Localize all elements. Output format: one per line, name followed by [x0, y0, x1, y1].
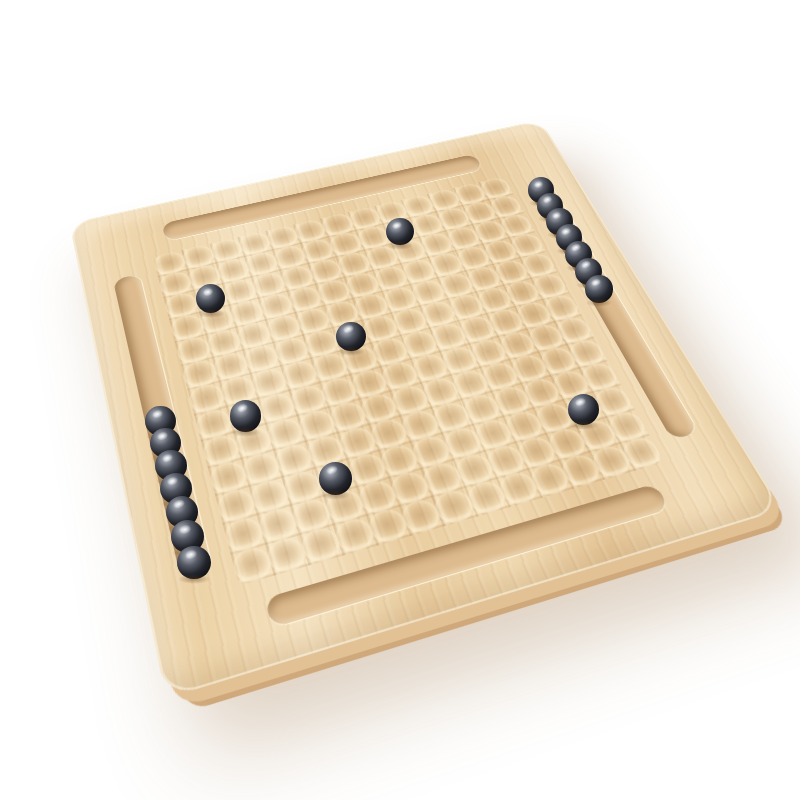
game-board — [69, 120, 782, 699]
black-marble[interactable] — [568, 394, 599, 425]
black-marble[interactable] — [230, 400, 261, 431]
tray-marble[interactable] — [177, 546, 210, 579]
black-marble[interactable] — [386, 218, 413, 245]
product-photo-stage — [0, 0, 800, 800]
black-marble[interactable] — [336, 322, 366, 352]
tray-marble[interactable] — [585, 275, 613, 303]
black-marble[interactable] — [319, 462, 352, 495]
